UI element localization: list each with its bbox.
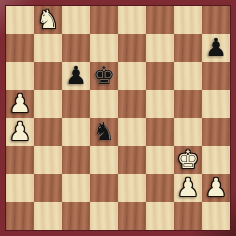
square-d7[interactable] <box>90 34 118 62</box>
square-c7[interactable] <box>62 34 90 62</box>
square-f6[interactable] <box>146 62 174 90</box>
square-a3[interactable] <box>6 146 34 174</box>
square-g1[interactable] <box>174 202 202 230</box>
square-b6[interactable] <box>34 62 62 90</box>
square-g5[interactable] <box>174 90 202 118</box>
square-a1[interactable] <box>6 202 34 230</box>
square-a7[interactable] <box>6 34 34 62</box>
square-d8[interactable] <box>90 6 118 34</box>
square-c8[interactable] <box>62 6 90 34</box>
square-c5[interactable] <box>62 90 90 118</box>
piece-black-pawn[interactable]: ♟ <box>65 62 87 90</box>
square-g8[interactable] <box>174 6 202 34</box>
square-d5[interactable] <box>90 90 118 118</box>
square-h5[interactable] <box>202 90 230 118</box>
piece-white-pawn[interactable]: ♟ <box>177 174 199 202</box>
square-a5[interactable]: ♟ <box>6 90 34 118</box>
square-f4[interactable] <box>146 118 174 146</box>
square-e1[interactable] <box>118 202 146 230</box>
square-g2[interactable]: ♟ <box>174 174 202 202</box>
square-e6[interactable] <box>118 62 146 90</box>
square-e4[interactable] <box>118 118 146 146</box>
square-a6[interactable] <box>6 62 34 90</box>
square-f5[interactable] <box>146 90 174 118</box>
square-h6[interactable] <box>202 62 230 90</box>
piece-white-king[interactable]: ♚ <box>177 146 199 174</box>
piece-black-pawn[interactable]: ♟ <box>205 34 227 62</box>
square-e5[interactable] <box>118 90 146 118</box>
piece-white-pawn[interactable]: ♟ <box>205 174 227 202</box>
square-h7[interactable]: ♟ <box>202 34 230 62</box>
square-b1[interactable] <box>34 202 62 230</box>
square-c2[interactable] <box>62 174 90 202</box>
square-a4[interactable]: ♟ <box>6 118 34 146</box>
piece-white-pawn[interactable]: ♟ <box>9 90 31 118</box>
square-e3[interactable] <box>118 146 146 174</box>
piece-white-knight[interactable]: ♞ <box>37 6 59 34</box>
square-e2[interactable] <box>118 174 146 202</box>
square-f7[interactable] <box>146 34 174 62</box>
piece-white-pawn[interactable]: ♟ <box>9 118 31 146</box>
piece-black-knight[interactable]: ♞ <box>93 118 115 146</box>
square-f1[interactable] <box>146 202 174 230</box>
square-d6[interactable]: ♚ <box>90 62 118 90</box>
square-c4[interactable] <box>62 118 90 146</box>
square-c6[interactable]: ♟ <box>62 62 90 90</box>
piece-black-king[interactable]: ♚ <box>93 62 115 90</box>
square-d1[interactable] <box>90 202 118 230</box>
square-g3[interactable]: ♚ <box>174 146 202 174</box>
square-b4[interactable] <box>34 118 62 146</box>
square-g7[interactable] <box>174 34 202 62</box>
square-b5[interactable] <box>34 90 62 118</box>
square-d4[interactable]: ♞ <box>90 118 118 146</box>
square-f2[interactable] <box>146 174 174 202</box>
square-e7[interactable] <box>118 34 146 62</box>
square-d2[interactable] <box>90 174 118 202</box>
square-b3[interactable] <box>34 146 62 174</box>
square-d3[interactable] <box>90 146 118 174</box>
square-h4[interactable] <box>202 118 230 146</box>
square-h8[interactable] <box>202 6 230 34</box>
square-c1[interactable] <box>62 202 90 230</box>
square-b7[interactable] <box>34 34 62 62</box>
square-a2[interactable] <box>6 174 34 202</box>
square-b8[interactable]: ♞ <box>34 6 62 34</box>
square-h2[interactable]: ♟ <box>202 174 230 202</box>
square-h3[interactable] <box>202 146 230 174</box>
square-b2[interactable] <box>34 174 62 202</box>
chess-board-frame: ♞♟♟♚♟♟♞♚♟♟ <box>0 0 236 236</box>
square-f8[interactable] <box>146 6 174 34</box>
square-a8[interactable] <box>6 6 34 34</box>
square-f3[interactable] <box>146 146 174 174</box>
square-c3[interactable] <box>62 146 90 174</box>
square-g4[interactable] <box>174 118 202 146</box>
square-e8[interactable] <box>118 6 146 34</box>
chess-board: ♞♟♟♚♟♟♞♚♟♟ <box>6 6 230 230</box>
square-h1[interactable] <box>202 202 230 230</box>
square-g6[interactable] <box>174 62 202 90</box>
